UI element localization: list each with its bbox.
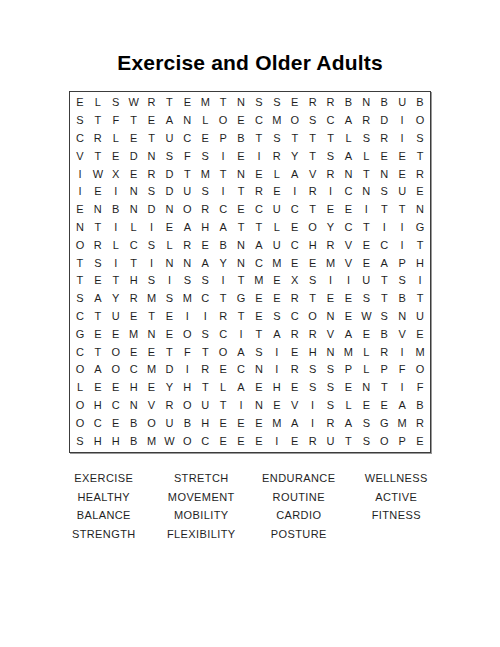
grid-cell: I bbox=[322, 183, 340, 201]
grid-cell: D bbox=[160, 361, 178, 379]
grid-cell: C bbox=[339, 183, 357, 201]
grid-cell: E bbox=[268, 272, 286, 290]
grid-cell: M bbox=[178, 290, 196, 308]
grid-cell: S bbox=[268, 94, 286, 112]
grid-cell: S bbox=[143, 272, 161, 290]
grid-cell: T bbox=[232, 183, 250, 201]
grid-cell: E bbox=[268, 397, 286, 415]
grid-cell: S bbox=[357, 130, 375, 148]
grid-cell: U bbox=[393, 183, 411, 201]
grid-cell: S bbox=[322, 361, 340, 379]
word-item: BALANCE bbox=[55, 506, 153, 525]
grid-cell: T bbox=[214, 94, 232, 112]
grid-cell: A bbox=[339, 112, 357, 130]
grid-cell: E bbox=[71, 201, 89, 219]
grid-cell: N bbox=[125, 201, 143, 219]
grid-cell: T bbox=[143, 308, 161, 326]
word-item: CARDIO bbox=[250, 506, 348, 525]
grid-cell: A bbox=[178, 219, 196, 237]
grid-cell: C bbox=[107, 397, 125, 415]
grid-cell: A bbox=[89, 361, 107, 379]
grid-cell: E bbox=[143, 112, 161, 130]
grid-cell: E bbox=[250, 379, 268, 397]
grid-cell: N bbox=[125, 397, 143, 415]
word-item: STRENGTH bbox=[55, 525, 153, 544]
grid-cell: U bbox=[268, 201, 286, 219]
grid-cell: E bbox=[250, 308, 268, 326]
grid-cell: E bbox=[286, 254, 304, 272]
grid-cell: R bbox=[304, 432, 322, 450]
grid-cell: I bbox=[322, 272, 340, 290]
grid-cell: N bbox=[125, 183, 143, 201]
grid-cell: S bbox=[89, 254, 107, 272]
grid-cell: N bbox=[71, 219, 89, 237]
grid-cell: B bbox=[107, 201, 125, 219]
grid-cell: M bbox=[143, 290, 161, 308]
grid-cell: E bbox=[357, 397, 375, 415]
grid-cell: Y bbox=[160, 379, 178, 397]
grid-cell: F bbox=[178, 147, 196, 165]
grid-cell: B bbox=[375, 325, 393, 343]
grid-cell: R bbox=[286, 361, 304, 379]
grid-cell: I bbox=[71, 165, 89, 183]
grid-cell: S bbox=[357, 432, 375, 450]
grid-cell: E bbox=[89, 183, 107, 201]
grid-cell: O bbox=[214, 112, 232, 130]
grid-cell: E bbox=[232, 112, 250, 130]
grid-cell: S bbox=[250, 343, 268, 361]
grid-cell: U bbox=[268, 236, 286, 254]
grid-cell: E bbox=[160, 325, 178, 343]
grid-cell: E bbox=[339, 201, 357, 219]
word-item: WELLNESS bbox=[348, 469, 446, 488]
grid-cell: C bbox=[89, 414, 107, 432]
grid-cell: T bbox=[232, 219, 250, 237]
grid-cell: C bbox=[286, 201, 304, 219]
grid-cell: R bbox=[268, 147, 286, 165]
grid-cell: E bbox=[232, 147, 250, 165]
grid-cell: I bbox=[375, 219, 393, 237]
grid-cell: S bbox=[107, 94, 125, 112]
grid-cell: T bbox=[375, 379, 393, 397]
grid-cell: T bbox=[357, 165, 375, 183]
grid-cell: R bbox=[143, 165, 161, 183]
grid-cell: T bbox=[339, 432, 357, 450]
grid-cell: B bbox=[375, 94, 393, 112]
grid-cell: E bbox=[357, 254, 375, 272]
grid-cell: S bbox=[71, 432, 89, 450]
grid-cell: C bbox=[71, 308, 89, 326]
grid-cell: I bbox=[107, 219, 125, 237]
grid-cell: I bbox=[393, 379, 411, 397]
grid-cell: E bbox=[286, 343, 304, 361]
grid-cell: I bbox=[411, 272, 429, 290]
grid-cell: I bbox=[393, 112, 411, 130]
grid-cell: B bbox=[393, 290, 411, 308]
grid-cell: H bbox=[89, 397, 107, 415]
grid-cell: N bbox=[143, 325, 161, 343]
grid-cell: C bbox=[250, 112, 268, 130]
grid-cell: E bbox=[250, 290, 268, 308]
grid-cell: H bbox=[178, 379, 196, 397]
grid-cell: O bbox=[71, 361, 89, 379]
grid-cell: O bbox=[71, 236, 89, 254]
word-item: POSTURE bbox=[250, 525, 348, 544]
grid-cell: W bbox=[125, 94, 143, 112]
grid-cell: N bbox=[339, 165, 357, 183]
grid-cell: T bbox=[232, 308, 250, 326]
grid-cell: T bbox=[196, 343, 214, 361]
grid-cell: T bbox=[375, 290, 393, 308]
word-item: MOVEMENT bbox=[153, 488, 251, 507]
grid-cell: N bbox=[178, 254, 196, 272]
grid-cell: G bbox=[411, 219, 429, 237]
grid-cell: E bbox=[89, 272, 107, 290]
grid-cell: C bbox=[178, 130, 196, 148]
grid-cell: R bbox=[196, 201, 214, 219]
grid-cell: F bbox=[411, 379, 429, 397]
grid-cell: T bbox=[125, 254, 143, 272]
grid-cell: E bbox=[232, 201, 250, 219]
grid-cell: C bbox=[322, 112, 340, 130]
word-list-column: WELLNESSACTIVEFITNESS bbox=[348, 469, 446, 543]
word-list-column: STRETCHMOVEMENTMOBILITYFLEXIBILITY bbox=[153, 469, 251, 543]
grid-cell: A bbox=[339, 147, 357, 165]
grid-cell: V bbox=[143, 397, 161, 415]
grid-cell: S bbox=[304, 379, 322, 397]
grid-cell: E bbox=[196, 236, 214, 254]
grid-cell: D bbox=[160, 183, 178, 201]
grid-cell: E bbox=[339, 290, 357, 308]
grid-cell: E bbox=[178, 94, 196, 112]
grid-cell: B bbox=[214, 236, 232, 254]
grid-cell: I bbox=[214, 183, 232, 201]
grid-cell: A bbox=[286, 165, 304, 183]
grid-cell: I bbox=[304, 397, 322, 415]
grid-cell: B bbox=[411, 397, 429, 415]
grid-cell: B bbox=[411, 94, 429, 112]
grid-cell: R bbox=[143, 94, 161, 112]
grid-cell: E bbox=[286, 94, 304, 112]
grid-cell: E bbox=[71, 94, 89, 112]
grid-cell: U bbox=[411, 308, 429, 326]
grid-cell: M bbox=[268, 112, 286, 130]
grid-cell: T bbox=[304, 147, 322, 165]
word-list-column: EXERCISEHEALTHYBALANCESTRENGTH bbox=[55, 469, 153, 543]
grid-cell: E bbox=[107, 325, 125, 343]
word-item: FLEXIBILITY bbox=[153, 525, 251, 544]
grid-cell: I bbox=[232, 397, 250, 415]
grid-cell: T bbox=[322, 130, 340, 148]
word-item: ACTIVE bbox=[348, 488, 446, 507]
grid-cell: N bbox=[375, 165, 393, 183]
grid-cell: I bbox=[304, 414, 322, 432]
grid-cell: N bbox=[393, 308, 411, 326]
grid-cell: L bbox=[339, 397, 357, 415]
grid-cell: S bbox=[375, 308, 393, 326]
grid-cell: I bbox=[71, 183, 89, 201]
grid-cell: T bbox=[143, 130, 161, 148]
grid-cell: O bbox=[214, 343, 232, 361]
grid-cell: T bbox=[304, 130, 322, 148]
grid-cell: U bbox=[393, 94, 411, 112]
grid-cell: E bbox=[286, 379, 304, 397]
grid-cell: I bbox=[393, 343, 411, 361]
grid-cell: I bbox=[143, 219, 161, 237]
grid-cell: H bbox=[196, 414, 214, 432]
grid-cell: E bbox=[286, 219, 304, 237]
grid-cell: E bbox=[232, 414, 250, 432]
grid-cell: E bbox=[357, 325, 375, 343]
grid-cell: C bbox=[71, 343, 89, 361]
grid-cell: W bbox=[160, 432, 178, 450]
word-item: ROUTINE bbox=[250, 488, 348, 507]
grid-cell: N bbox=[232, 236, 250, 254]
grid-cell: R bbox=[89, 236, 107, 254]
grid-cell: R bbox=[89, 130, 107, 148]
grid-cell: S bbox=[196, 272, 214, 290]
grid-cell: R bbox=[304, 94, 322, 112]
grid-cell: N bbox=[411, 201, 429, 219]
grid-cell: D bbox=[160, 165, 178, 183]
grid-cell: S bbox=[196, 147, 214, 165]
grid-cell: R bbox=[322, 94, 340, 112]
grid-cell: E bbox=[375, 397, 393, 415]
grid-cell: I bbox=[357, 201, 375, 219]
word-item: FITNESS bbox=[348, 506, 446, 525]
grid-cell: T bbox=[107, 272, 125, 290]
word-item: HEALTHY bbox=[55, 488, 153, 507]
grid-cell: N bbox=[178, 112, 196, 130]
grid-cell: H bbox=[411, 254, 429, 272]
grid-cell: P bbox=[375, 361, 393, 379]
grid-cell: M bbox=[268, 254, 286, 272]
grid-cell: F bbox=[178, 343, 196, 361]
grid-cell: E bbox=[214, 361, 232, 379]
grid-cell: F bbox=[393, 361, 411, 379]
grid-cell: T bbox=[375, 272, 393, 290]
grid-cell: T bbox=[393, 201, 411, 219]
grid-cell: S bbox=[268, 308, 286, 326]
grid-cell: X bbox=[286, 272, 304, 290]
grid-cell: O bbox=[143, 414, 161, 432]
grid-cell: E bbox=[322, 201, 340, 219]
grid-cell: B bbox=[125, 414, 143, 432]
grid-cell: N bbox=[250, 361, 268, 379]
grid-cell: E bbox=[89, 325, 107, 343]
grid-cell: I bbox=[286, 183, 304, 201]
grid-cell: V bbox=[304, 165, 322, 183]
grid-cell: T bbox=[214, 165, 232, 183]
grid-cell: E bbox=[107, 414, 125, 432]
grid-cell: S bbox=[178, 272, 196, 290]
grid-cell: A bbox=[214, 219, 232, 237]
grid-cell: T bbox=[125, 112, 143, 130]
grid-cell: E bbox=[286, 432, 304, 450]
grid-cell: T bbox=[89, 343, 107, 361]
grid-cell: R bbox=[411, 165, 429, 183]
grid-cell: N bbox=[232, 94, 250, 112]
grid-cell: T bbox=[178, 165, 196, 183]
word-item: STRETCH bbox=[153, 469, 251, 488]
grid-cell: R bbox=[357, 112, 375, 130]
grid-cell: N bbox=[322, 308, 340, 326]
grid-cell: O bbox=[71, 414, 89, 432]
grid-cell: I bbox=[250, 147, 268, 165]
grid-cell: U bbox=[160, 414, 178, 432]
grid-cell: S bbox=[71, 112, 89, 130]
grid-cell: D bbox=[143, 201, 161, 219]
grid-cell: E bbox=[143, 343, 161, 361]
grid-cell: I bbox=[268, 343, 286, 361]
grid-cell: E bbox=[143, 379, 161, 397]
grid-cell: N bbox=[89, 201, 107, 219]
grid-cell: M bbox=[143, 361, 161, 379]
grid-cell: L bbox=[357, 343, 375, 361]
grid-cell: N bbox=[143, 147, 161, 165]
grid-cell: E bbox=[250, 165, 268, 183]
grid-cell: T bbox=[196, 379, 214, 397]
grid-cell: H bbox=[107, 432, 125, 450]
grid-cell: A bbox=[375, 254, 393, 272]
grid-cell: N bbox=[250, 397, 268, 415]
grid-cell: L bbox=[339, 130, 357, 148]
grid-cell: M bbox=[268, 414, 286, 432]
grid-cell: V bbox=[322, 325, 340, 343]
grid-cell: T bbox=[214, 397, 232, 415]
grid-cell: C bbox=[286, 308, 304, 326]
grid-cell: B bbox=[178, 414, 196, 432]
grid-cell: T bbox=[250, 130, 268, 148]
grid-cell: I bbox=[268, 432, 286, 450]
grid-cell: B bbox=[339, 94, 357, 112]
worksheet-page: Exercise and Older Adults ELSWRTEMTNSSER… bbox=[0, 0, 500, 647]
grid-cell: C bbox=[214, 201, 232, 219]
grid-cell: E bbox=[304, 254, 322, 272]
grid-cell: L bbox=[357, 147, 375, 165]
grid-cell: S bbox=[393, 272, 411, 290]
grid-cell: S bbox=[357, 414, 375, 432]
grid-cell: N bbox=[160, 201, 178, 219]
grid-cell: G bbox=[375, 414, 393, 432]
grid-cell: W bbox=[357, 308, 375, 326]
grid-cell: C bbox=[214, 325, 232, 343]
grid-cell: N bbox=[232, 254, 250, 272]
grid-cell: S bbox=[322, 397, 340, 415]
grid-cell: E bbox=[125, 165, 143, 183]
grid-cell: I bbox=[393, 219, 411, 237]
grid-cell: V bbox=[393, 325, 411, 343]
grid-cell: T bbox=[160, 94, 178, 112]
grid-cell: N bbox=[357, 94, 375, 112]
grid-cell: A bbox=[196, 254, 214, 272]
grid-cell: P bbox=[393, 254, 411, 272]
grid-cell: E bbox=[268, 290, 286, 308]
grid-cell: G bbox=[71, 325, 89, 343]
grid-cell: C bbox=[375, 236, 393, 254]
grid-cell: U bbox=[357, 272, 375, 290]
grid-cell: F bbox=[107, 112, 125, 130]
grid-cell: I bbox=[107, 183, 125, 201]
word-list-column: ENDURANCEROUTINECARDIOPOSTURE bbox=[250, 469, 348, 543]
grid-cell: S bbox=[71, 290, 89, 308]
grid-cell: A bbox=[160, 112, 178, 130]
grid-cell: S bbox=[411, 130, 429, 148]
grid-cell: H bbox=[196, 219, 214, 237]
grid-cell: R bbox=[304, 183, 322, 201]
grid-cell: L bbox=[268, 165, 286, 183]
grid-cell: C bbox=[125, 236, 143, 254]
grid-cell: S bbox=[160, 147, 178, 165]
grid-cell: E bbox=[89, 379, 107, 397]
word-item: MOBILITY bbox=[153, 506, 251, 525]
grid-cell: L bbox=[107, 236, 125, 254]
grid-cell: E bbox=[125, 130, 143, 148]
grid-cell: S bbox=[357, 290, 375, 308]
grid-cell: I bbox=[393, 130, 411, 148]
grid-cell: Y bbox=[214, 254, 232, 272]
grid-cell: E bbox=[196, 130, 214, 148]
grid-cell: C bbox=[250, 201, 268, 219]
grid-cell: R bbox=[178, 236, 196, 254]
grid-cell: E bbox=[393, 165, 411, 183]
grid-cell: I bbox=[268, 361, 286, 379]
grid-cell: I bbox=[393, 236, 411, 254]
grid-cell: E bbox=[107, 147, 125, 165]
grid-cell: S bbox=[143, 183, 161, 201]
grid-cell: L bbox=[357, 361, 375, 379]
grid-cell: S bbox=[250, 94, 268, 112]
grid-cell: E bbox=[250, 432, 268, 450]
grid-cell: U bbox=[160, 130, 178, 148]
grid-cell: A bbox=[339, 414, 357, 432]
grid-cell: O bbox=[411, 361, 429, 379]
grid-cell: T bbox=[411, 290, 429, 308]
grid-cell: L bbox=[214, 379, 232, 397]
grid-cell: I bbox=[214, 147, 232, 165]
grid-cell: O bbox=[71, 397, 89, 415]
grid-cell: H bbox=[304, 236, 322, 254]
grid-cell: C bbox=[339, 219, 357, 237]
grid-cell: E bbox=[125, 343, 143, 361]
grid-cell: L bbox=[160, 236, 178, 254]
grid-cell: O bbox=[178, 397, 196, 415]
grid-cell: E bbox=[322, 290, 340, 308]
grid-cell: R bbox=[322, 165, 340, 183]
grid-cell: T bbox=[71, 272, 89, 290]
grid-cell: S bbox=[160, 290, 178, 308]
grid-cell: A bbox=[339, 325, 357, 343]
grid-cell: H bbox=[304, 343, 322, 361]
grid-cell: E bbox=[339, 308, 357, 326]
grid-cell: I bbox=[232, 325, 250, 343]
grid-cell: O bbox=[107, 361, 125, 379]
grid-cell: I bbox=[107, 254, 125, 272]
grid-cell: N bbox=[232, 165, 250, 183]
grid-cell: U bbox=[107, 308, 125, 326]
grid-cell: D bbox=[125, 147, 143, 165]
grid-cell: I bbox=[196, 308, 214, 326]
grid-cell: R bbox=[160, 397, 178, 415]
grid-cell: T bbox=[160, 343, 178, 361]
grid-cell: E bbox=[411, 325, 429, 343]
grid-cell: V bbox=[339, 254, 357, 272]
grid-cell: O bbox=[178, 325, 196, 343]
grid-cell: E bbox=[393, 147, 411, 165]
grid-cell: V bbox=[71, 147, 89, 165]
grid-cell: M bbox=[393, 414, 411, 432]
grid-cell: H bbox=[89, 432, 107, 450]
